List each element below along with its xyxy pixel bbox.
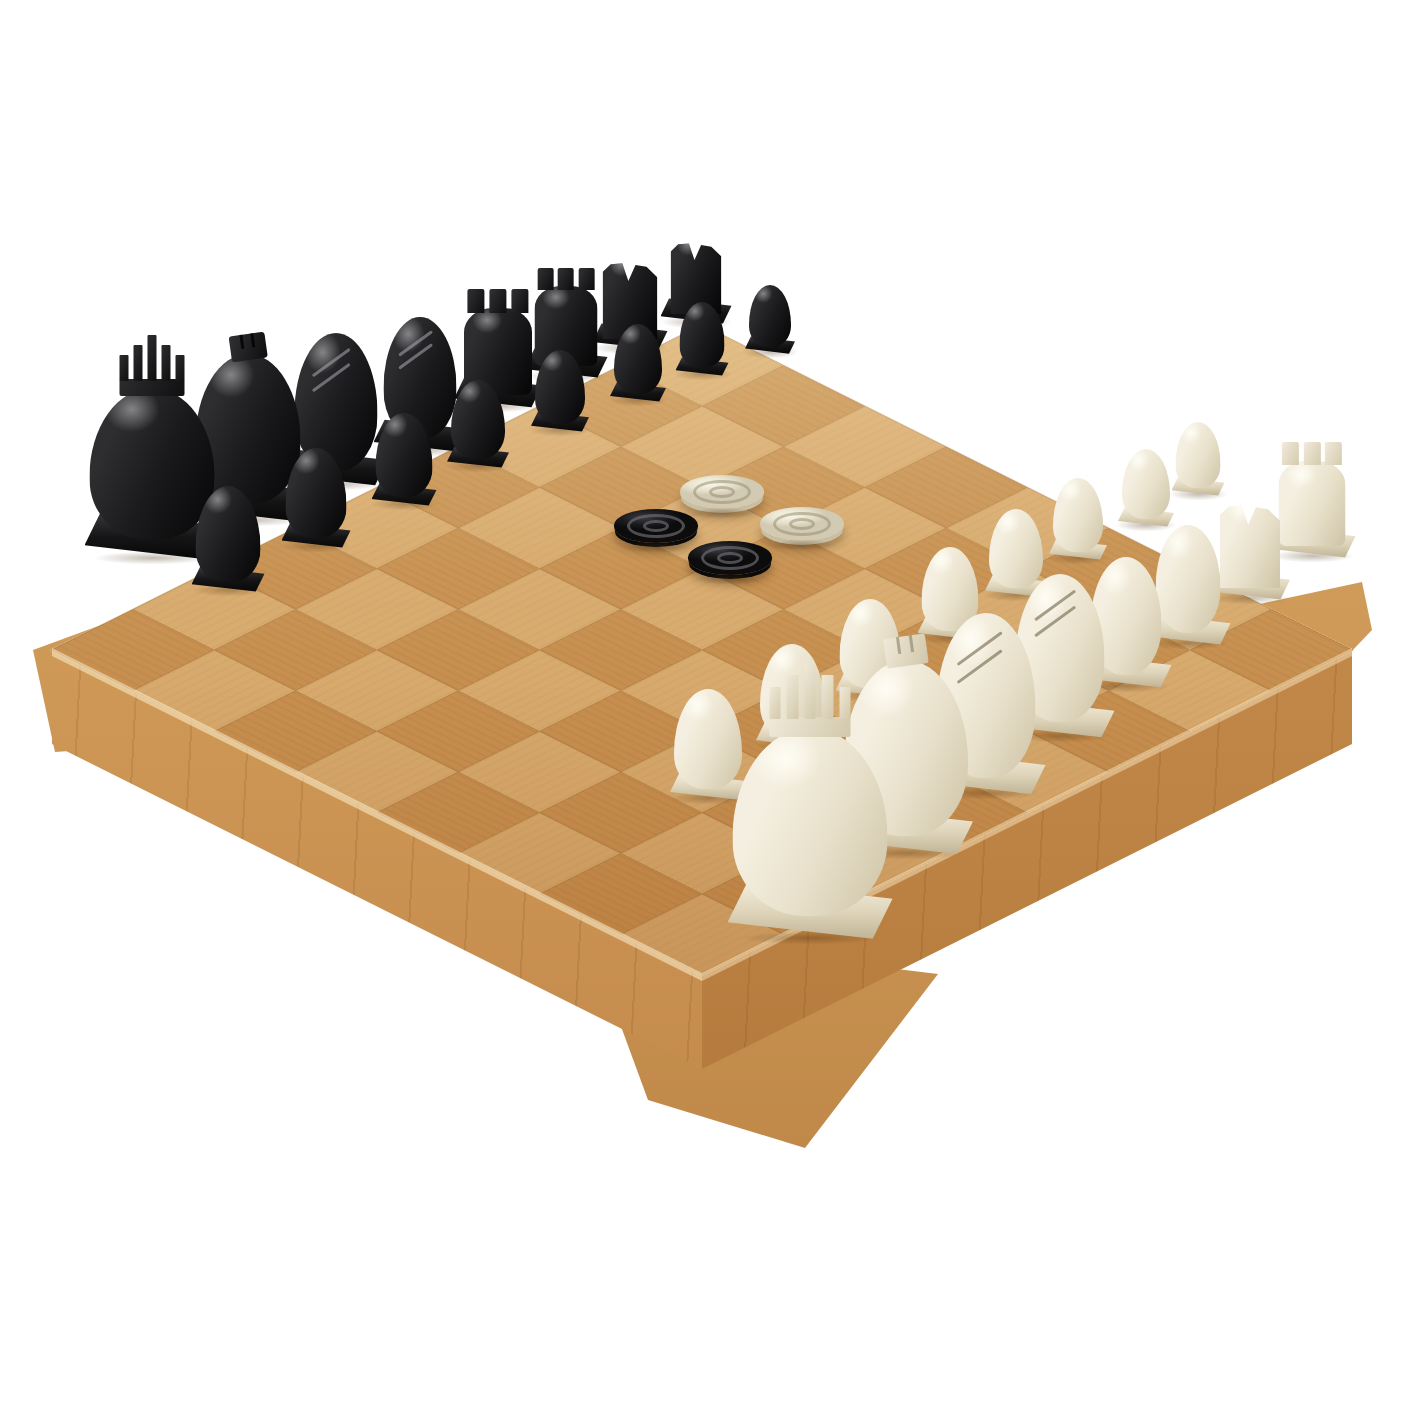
black-pawn [187, 482, 270, 592]
piece-body [535, 350, 585, 424]
piece-body [1176, 422, 1221, 488]
white-pawn [1113, 446, 1179, 527]
black-pawn [526, 346, 594, 432]
piece-body [1122, 449, 1170, 519]
queen-coronet [229, 332, 268, 362]
piece-body [376, 413, 433, 497]
piece-body [196, 486, 261, 582]
piece-body [749, 285, 791, 347]
checker-black [688, 541, 772, 575]
checker-black [614, 509, 698, 543]
piece-body [614, 324, 662, 394]
king-crown [770, 681, 851, 737]
piece-body [451, 380, 505, 459]
black-pawn [605, 321, 671, 402]
rook-crenellation [1282, 442, 1342, 465]
black-pawn [367, 409, 442, 506]
rook-crenellation [467, 289, 528, 312]
piece-body [1053, 478, 1103, 552]
checker-white [680, 475, 764, 509]
queen-coronet [883, 633, 929, 669]
product-photo-stage [0, 0, 1407, 1407]
piece-shadow [714, 929, 907, 947]
black-pawn [442, 377, 514, 468]
black-pawn [277, 444, 356, 548]
king-crown [120, 350, 185, 396]
piece-body [733, 681, 888, 916]
bishop-slash-mark [395, 334, 436, 371]
piece-body [286, 448, 347, 538]
white-king [723, 673, 898, 940]
piece-body [680, 302, 725, 368]
pieces-layer [0, 0, 1407, 1407]
black-pawn [671, 300, 734, 376]
checker-white [760, 507, 844, 541]
black-pawn [740, 282, 800, 354]
checker-shadow [682, 571, 778, 587]
white-pawn [1044, 474, 1112, 560]
